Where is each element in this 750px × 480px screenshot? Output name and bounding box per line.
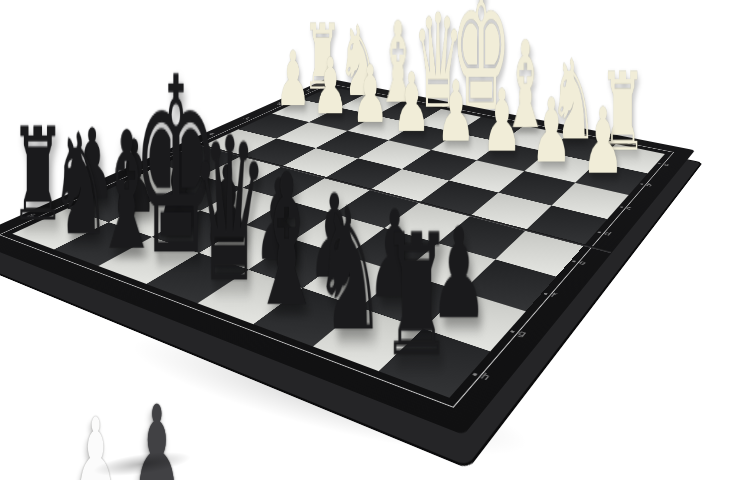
piece-black-rook: ♜	[381, 212, 453, 381]
piece-white-pawn: ♟	[275, 41, 310, 117]
chess-board: ♜♞♝♛♚♝♞♜♟♟♟♟♟♟♟♟♟♟♟♟♟♟♟♟♜♞♝♚♛♝♞♜ 1234567…	[12, 87, 665, 398]
product-photo-page: ♜♞♝♛♚♝♞♜♟♟♟♟♟♟♟♟♟♟♟♟♟♟♟♟♜♞♝♚♛♝♞♜ 1234567…	[0, 0, 750, 480]
piece-white-pawn: ♟	[482, 78, 522, 164]
piece-white-pawn: ♟	[312, 48, 348, 126]
piece-white-pawn: ♟	[393, 62, 431, 144]
piece-black-knight: ♞	[313, 186, 385, 355]
piece-white-pawn: ♟	[351, 55, 388, 135]
piece-black-bishop: ♝	[250, 150, 323, 332]
piece-white-pawn: ♟	[582, 95, 624, 186]
piece-white-pawn: ♟	[436, 70, 475, 154]
piece-white-pawn: ♟	[531, 86, 572, 175]
